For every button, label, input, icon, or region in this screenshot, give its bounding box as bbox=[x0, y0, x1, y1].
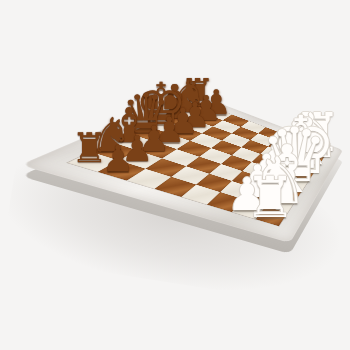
piece-white-rook: ♜ bbox=[245, 169, 296, 226]
product-photo: ♜♟♟♜♞♟♟♞♝♟♟♝♚♟♟♚♛♟♟♛♝♟♟♝♞♟♟♞♜♟♟♜ bbox=[0, 0, 350, 350]
piece-brown-pawn: ♟ bbox=[102, 141, 134, 177]
pieces-layer: ♜♟♟♜♞♟♟♞♝♟♟♝♚♟♟♚♛♟♟♛♝♟♟♝♞♟♟♞♜♟♟♜ bbox=[0, 0, 350, 350]
